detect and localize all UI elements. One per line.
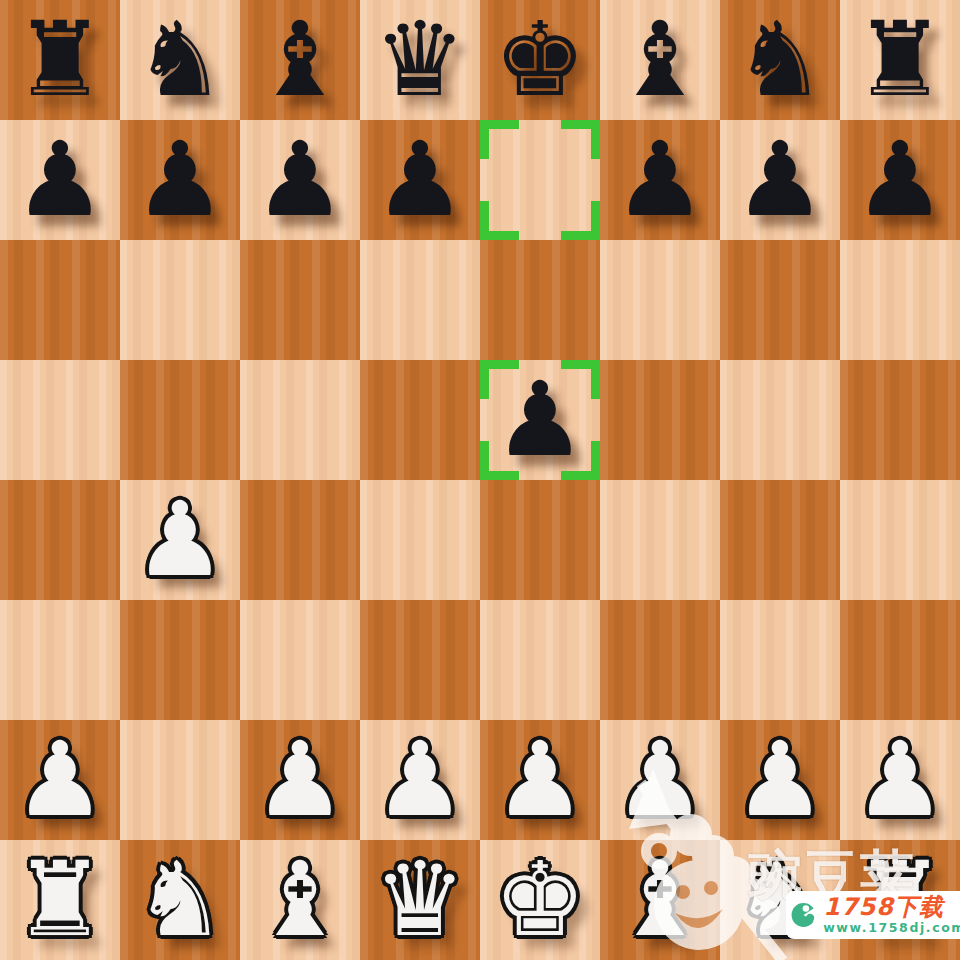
white-pawn[interactable]: ♟	[360, 720, 480, 840]
black-knight[interactable]: ♞	[720, 0, 840, 120]
square-h2[interactable]: ♟	[840, 720, 960, 840]
black-bishop[interactable]: ♝	[600, 0, 720, 120]
square-c1[interactable]: ♝	[240, 840, 360, 960]
square-d8[interactable]: ♛	[360, 0, 480, 120]
black-pawn[interactable]: ♟	[120, 120, 240, 240]
black-pawn[interactable]: ♟	[360, 120, 480, 240]
square-c7[interactable]: ♟	[240, 120, 360, 240]
white-knight[interactable]: ♞	[120, 840, 240, 960]
black-pawn[interactable]: ♟	[840, 120, 960, 240]
square-d2[interactable]: ♟	[360, 720, 480, 840]
white-pawn[interactable]: ♟	[600, 720, 720, 840]
square-b2[interactable]	[120, 720, 240, 840]
square-b7[interactable]: ♟	[120, 120, 240, 240]
square-h3[interactable]	[840, 600, 960, 720]
square-e7[interactable]	[480, 120, 600, 240]
white-pawn[interactable]: ♟	[0, 720, 120, 840]
white-pawn[interactable]: ♟	[840, 720, 960, 840]
square-c4[interactable]	[240, 480, 360, 600]
black-pawn[interactable]: ♟	[0, 120, 120, 240]
black-knight[interactable]: ♞	[120, 0, 240, 120]
square-e2[interactable]: ♟	[480, 720, 600, 840]
square-f8[interactable]: ♝	[600, 0, 720, 120]
square-b5[interactable]	[120, 360, 240, 480]
white-bishop[interactable]: ♝	[600, 840, 720, 960]
square-g4[interactable]	[720, 480, 840, 600]
chess-app-screen: ♜♞♝♛♚♝♞♜♟♟♟♟♟♟♟♟♟♟♟♟♟♟♟♟♜♞♝♛♚♝♞♜ 豌豆荚	[0, 0, 960, 960]
square-b1[interactable]: ♞	[120, 840, 240, 960]
square-b6[interactable]	[120, 240, 240, 360]
square-d7[interactable]: ♟	[360, 120, 480, 240]
square-b8[interactable]: ♞	[120, 0, 240, 120]
black-king[interactable]: ♚	[480, 0, 600, 120]
square-h8[interactable]: ♜	[840, 0, 960, 120]
square-e8[interactable]: ♚	[480, 0, 600, 120]
white-pawn[interactable]: ♟	[240, 720, 360, 840]
square-g8[interactable]: ♞	[720, 0, 840, 120]
download-badge[interactable]: 1758下载 www.1758dj.com	[786, 891, 960, 939]
square-g7[interactable]: ♟	[720, 120, 840, 240]
square-d5[interactable]	[360, 360, 480, 480]
square-d3[interactable]	[360, 600, 480, 720]
square-a4[interactable]	[0, 480, 120, 600]
square-c6[interactable]	[240, 240, 360, 360]
white-bishop[interactable]: ♝	[240, 840, 360, 960]
black-rook[interactable]: ♜	[0, 0, 120, 120]
square-g5[interactable]	[720, 360, 840, 480]
square-g2[interactable]: ♟	[720, 720, 840, 840]
black-queen[interactable]: ♛	[360, 0, 480, 120]
square-a2[interactable]: ♟	[0, 720, 120, 840]
black-pawn[interactable]: ♟	[240, 120, 360, 240]
square-a3[interactable]	[0, 600, 120, 720]
square-d6[interactable]	[360, 240, 480, 360]
square-e5[interactable]: ♟	[480, 360, 600, 480]
white-pawn[interactable]: ♟	[720, 720, 840, 840]
black-rook[interactable]: ♜	[840, 0, 960, 120]
square-a6[interactable]	[0, 240, 120, 360]
white-queen[interactable]: ♛	[360, 840, 480, 960]
square-g3[interactable]	[720, 600, 840, 720]
square-h7[interactable]: ♟	[840, 120, 960, 240]
black-bishop[interactable]: ♝	[240, 0, 360, 120]
square-b4[interactable]: ♟	[120, 480, 240, 600]
white-pawn[interactable]: ♟	[480, 720, 600, 840]
square-a5[interactable]	[0, 360, 120, 480]
square-h5[interactable]	[840, 360, 960, 480]
square-c8[interactable]: ♝	[240, 0, 360, 120]
white-rook[interactable]: ♜	[0, 840, 120, 960]
square-c2[interactable]: ♟	[240, 720, 360, 840]
square-g6[interactable]	[720, 240, 840, 360]
square-e1[interactable]: ♚	[480, 840, 600, 960]
badge-url: www.1758dj.com	[823, 922, 960, 935]
square-f2[interactable]: ♟	[600, 720, 720, 840]
square-d4[interactable]	[360, 480, 480, 600]
square-h4[interactable]	[840, 480, 960, 600]
square-f7[interactable]: ♟	[600, 120, 720, 240]
square-e3[interactable]	[480, 600, 600, 720]
square-c3[interactable]	[240, 600, 360, 720]
square-a1[interactable]: ♜	[0, 840, 120, 960]
square-h6[interactable]	[840, 240, 960, 360]
square-d1[interactable]: ♛	[360, 840, 480, 960]
square-f6[interactable]	[600, 240, 720, 360]
white-king[interactable]: ♚	[480, 840, 600, 960]
square-f1[interactable]: ♝	[600, 840, 720, 960]
black-pawn[interactable]: ♟	[720, 120, 840, 240]
badge-title: 1758下载	[823, 895, 960, 919]
square-f4[interactable]	[600, 480, 720, 600]
square-f5[interactable]	[600, 360, 720, 480]
square-a7[interactable]: ♟	[0, 120, 120, 240]
square-f3[interactable]	[600, 600, 720, 720]
black-pawn[interactable]: ♟	[600, 120, 720, 240]
square-b3[interactable]	[120, 600, 240, 720]
square-a8[interactable]: ♜	[0, 0, 120, 120]
square-c5[interactable]	[240, 360, 360, 480]
square-e4[interactable]	[480, 480, 600, 600]
white-pawn[interactable]: ♟	[120, 480, 240, 600]
pacman-logo-icon	[791, 893, 817, 937]
chessboard: ♜♞♝♛♚♝♞♜♟♟♟♟♟♟♟♟♟♟♟♟♟♟♟♟♜♞♝♛♚♝♞♜	[0, 0, 960, 960]
square-e6[interactable]	[480, 240, 600, 360]
